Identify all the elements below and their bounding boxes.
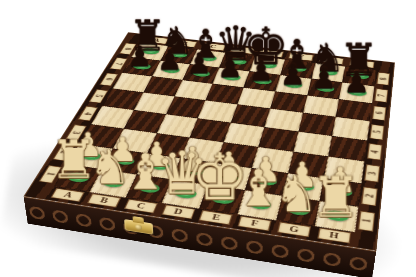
rank-label-5: 5 bbox=[88, 89, 108, 103]
square-e5 bbox=[231, 104, 270, 127]
label-text: G bbox=[289, 225, 300, 234]
rank-label-4: 4 bbox=[366, 143, 382, 160]
brass-clasp bbox=[124, 219, 153, 235]
chess-board: ABCDEFGH 87654321 87654321 ABCDEFGH ♜♞♝♛… bbox=[23, 32, 395, 251]
square-g6 bbox=[303, 95, 340, 117]
label-text: F bbox=[250, 219, 259, 228]
label-text: H bbox=[329, 231, 340, 240]
label-text: 6 bbox=[103, 78, 113, 81]
label-text: 7 bbox=[376, 94, 386, 98]
label-text: A bbox=[62, 191, 74, 199]
rank-label-6: 6 bbox=[372, 106, 387, 121]
label-text: 6 bbox=[374, 111, 384, 115]
label-text: 5 bbox=[93, 94, 104, 98]
square-f6 bbox=[270, 91, 307, 113]
square-g4 bbox=[293, 131, 332, 156]
label-text: C bbox=[135, 202, 146, 210]
label-text: B bbox=[99, 196, 110, 204]
piece-white-rook-h1: ♜ bbox=[291, 171, 380, 225]
label-text: D bbox=[173, 207, 184, 216]
square-h1: ♜ bbox=[315, 201, 358, 232]
square-f5 bbox=[264, 109, 302, 132]
rank-label-5: 5 bbox=[369, 124, 384, 140]
square-c6 bbox=[174, 80, 213, 101]
square-e6 bbox=[237, 87, 275, 108]
product-photo-scene: ABCDEFGH 87654321 87654321 ABCDEFGH ♜♞♝♛… bbox=[0, 0, 416, 277]
label-text: 4 bbox=[369, 150, 380, 154]
label-text: 5 bbox=[371, 130, 382, 134]
label-text: 4 bbox=[82, 112, 93, 116]
label-text: E bbox=[211, 213, 221, 222]
piece-black-pawn-h7: ♟ bbox=[320, 68, 393, 96]
square-b5 bbox=[134, 93, 174, 115]
